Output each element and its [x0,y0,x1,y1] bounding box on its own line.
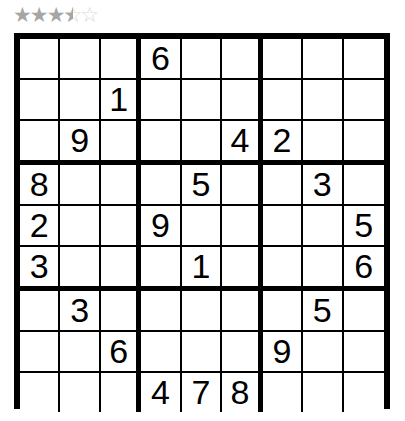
cell-r6c6[interactable] [222,247,262,291]
cell-r2c5[interactable] [182,80,222,121]
cell-r3c7[interactable]: 2 [263,121,303,165]
cell-r2c9[interactable] [344,80,384,121]
cell-r5c7[interactable] [263,206,303,247]
cell-r3c6[interactable]: 4 [222,121,262,165]
cell-r3c4[interactable] [141,121,181,165]
cell-r5c2[interactable] [60,206,100,247]
cell-r4c4[interactable] [141,165,181,206]
cell-r8c6[interactable] [222,332,262,373]
cell-r9c2[interactable] [60,373,100,412]
cell-r2c8[interactable] [303,80,343,121]
cell-r1c2[interactable] [60,39,100,80]
cell-r6c9[interactable]: 6 [344,247,384,291]
cell-r7c3[interactable] [101,291,141,332]
cell-r1c8[interactable] [303,39,343,80]
cell-r3c3[interactable] [101,121,141,165]
cell-r9c5[interactable]: 7 [182,373,222,412]
cell-r7c6[interactable] [222,291,262,332]
cell-r4c6[interactable] [222,165,262,206]
cell-r6c2[interactable] [60,247,100,291]
cell-r5c8[interactable] [303,206,343,247]
cell-r9c8[interactable] [303,373,343,412]
cell-r5c4[interactable]: 9 [141,206,181,247]
cell-r4c9[interactable] [344,165,384,206]
cell-r9c9[interactable] [344,373,384,412]
cell-r8c5[interactable] [182,332,222,373]
cell-r6c4[interactable] [141,247,181,291]
cell-r4c2[interactable] [60,165,100,206]
cell-r2c1[interactable] [20,80,60,121]
cell-r5c9[interactable]: 5 [344,206,384,247]
cell-r9c1[interactable] [20,373,60,412]
cell-r9c4[interactable]: 4 [141,373,181,412]
cell-r1c3[interactable] [101,39,141,80]
cell-r2c2[interactable] [60,80,100,121]
cell-r6c3[interactable] [101,247,141,291]
cell-r8c4[interactable] [141,332,181,373]
cell-r1c4[interactable]: 6 [141,39,181,80]
cell-r8c3[interactable]: 6 [101,332,141,373]
cell-r9c3[interactable] [101,373,141,412]
cell-r5c6[interactable] [222,206,262,247]
cell-r4c5[interactable]: 5 [182,165,222,206]
star-icon-5-empty: ☆ [80,2,99,28]
star-half-fill: ★ [63,2,72,28]
cell-r3c2[interactable]: 9 [60,121,100,165]
cell-r3c5[interactable] [182,121,222,165]
cell-r4c7[interactable] [263,165,303,206]
cell-r3c9[interactable] [344,121,384,165]
cell-r1c9[interactable] [344,39,384,80]
cell-r8c1[interactable] [20,332,60,373]
cell-r7c8[interactable]: 5 [303,291,343,332]
cell-r6c1[interactable]: 3 [20,247,60,291]
cell-r7c9[interactable] [344,291,384,332]
cell-r7c5[interactable] [182,291,222,332]
cell-r7c7[interactable] [263,291,303,332]
cell-r6c7[interactable] [263,247,303,291]
cell-r7c1[interactable] [20,291,60,332]
cell-r3c1[interactable] [20,121,60,165]
cell-r8c7[interactable]: 9 [263,332,303,373]
cell-r4c8[interactable]: 3 [303,165,343,206]
cell-r2c4[interactable] [141,80,181,121]
cell-r2c3[interactable]: 1 [101,80,141,121]
cell-r9c7[interactable] [263,373,303,412]
cell-r1c6[interactable] [222,39,262,80]
cell-r1c7[interactable] [263,39,303,80]
cell-r1c1[interactable] [20,39,60,80]
cell-r2c6[interactable] [222,80,262,121]
cell-r2c7[interactable] [263,80,303,121]
cell-r7c2[interactable]: 3 [60,291,100,332]
cell-r6c8[interactable] [303,247,343,291]
cell-r6c5[interactable]: 1 [182,247,222,291]
cell-r5c3[interactable] [101,206,141,247]
cell-r1c5[interactable] [182,39,222,80]
cell-r5c5[interactable] [182,206,222,247]
cell-r8c9[interactable] [344,332,384,373]
cell-r4c3[interactable] [101,165,141,206]
sudoku-board: 619428532953163569478 [14,33,390,409]
cell-r4c1[interactable]: 8 [20,165,60,206]
cell-r5c1[interactable]: 2 [20,206,60,247]
cell-r8c2[interactable] [60,332,100,373]
cell-r9c6[interactable]: 8 [222,373,262,412]
sudoku-page: ★★★☆★☆ 619428532953163569478 [0,0,405,421]
cell-r3c8[interactable] [303,121,343,165]
cell-r7c4[interactable] [141,291,181,332]
cell-r8c8[interactable] [303,332,343,373]
difficulty-rating: ★★★☆★☆ [13,2,97,28]
